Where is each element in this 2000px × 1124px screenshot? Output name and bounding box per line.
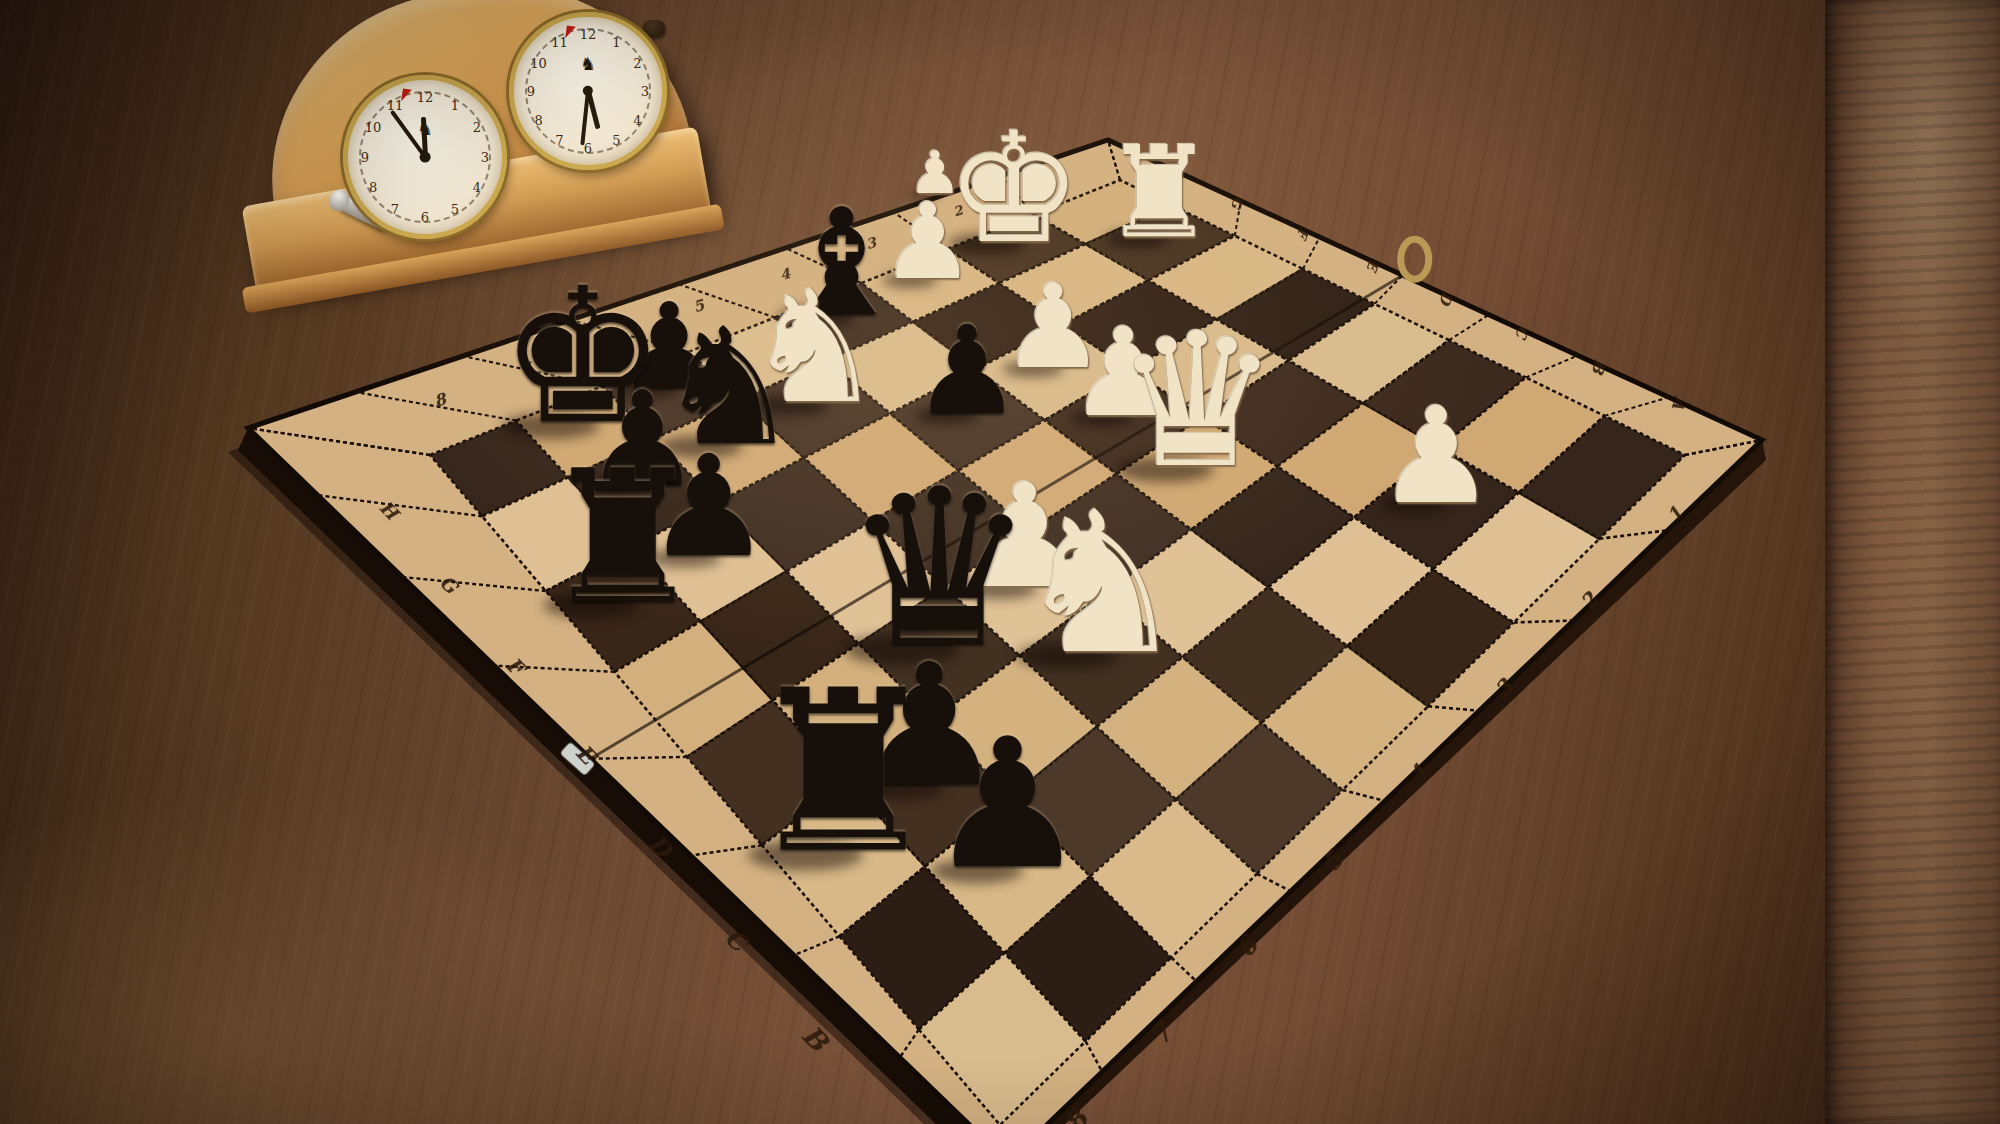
clock-numeral-5: 5 <box>612 133 620 148</box>
piece-black-rook-f8[interactable]: ♜ <box>540 446 704 629</box>
time-flag-icon <box>565 25 576 39</box>
clock-numeral-3: 3 <box>481 150 489 165</box>
clock-numeral-9: 9 <box>527 84 535 99</box>
clock-numeral-12: 12 <box>580 27 597 42</box>
knight-emblem-icon: ♞ <box>580 52 596 73</box>
brass-hinge-icon <box>1401 239 1429 279</box>
clock-numeral-7: 7 <box>555 133 563 148</box>
scene: 123456789101112♞ 123456789101112♞ HHGGFF… <box>0 0 2000 1124</box>
clock-numeral-3: 3 <box>641 84 649 99</box>
piece-black-rook-c8[interactable]: ♜ <box>744 661 944 884</box>
clock-numeral-4: 4 <box>473 180 481 195</box>
clock-numeral-9: 9 <box>361 150 369 165</box>
clock-numeral-5: 5 <box>451 201 459 216</box>
clock-dial-right-face: 123456789101112♞ <box>509 12 667 170</box>
piece-black-pawn-f4[interactable]: ♟ <box>912 310 1022 432</box>
hand-axle <box>420 152 431 163</box>
clock-numeral-1: 1 <box>612 34 620 49</box>
clock-numeral-1: 1 <box>451 98 459 113</box>
piece-white-pawn-b2[interactable]: ♟ <box>1377 389 1497 522</box>
piece-white-knight-c5[interactable]: ♞ <box>1013 486 1188 681</box>
clock-numeral-12: 12 <box>417 90 434 105</box>
clock-numeral-8: 8 <box>369 180 377 195</box>
clock-numeral-8: 8 <box>534 112 542 127</box>
piece-black-pawn-b7[interactable]: ♟ <box>927 715 1088 894</box>
clock-numeral-6: 6 <box>421 210 429 225</box>
clock-numeral-10: 10 <box>365 120 382 135</box>
clock-press-button[interactable] <box>643 20 665 37</box>
clock-numeral-6: 6 <box>584 141 592 156</box>
clock-numeral-7: 7 <box>391 201 399 216</box>
time-flag-icon <box>401 89 412 103</box>
clock-numeral-10: 10 <box>530 55 547 70</box>
piece-white-rook-g1[interactable]: ♜ <box>1103 130 1216 256</box>
piece-white-queen-d3[interactable]: ♛ <box>1114 308 1280 493</box>
clock-numeral-4: 4 <box>633 112 641 127</box>
clock-numeral-2: 2 <box>633 55 641 70</box>
clock-dial-left-face: 123456789101112♞ <box>343 75 507 239</box>
clock-numeral-2: 2 <box>473 120 481 135</box>
